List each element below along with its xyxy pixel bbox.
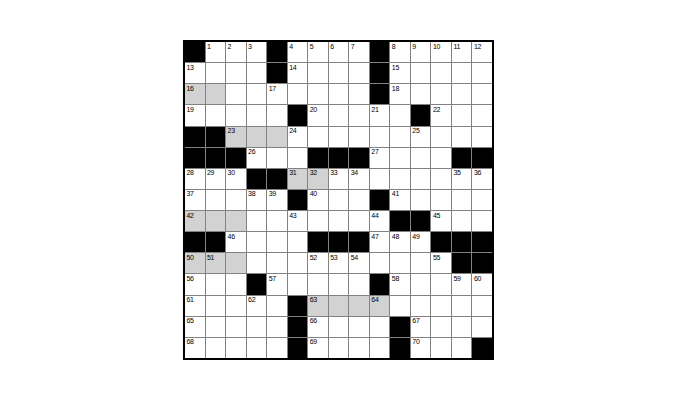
- crossword-cell[interactable]: 55: [431, 253, 451, 273]
- crossword-cell[interactable]: 59: [452, 274, 472, 294]
- clue-number: 45: [433, 212, 440, 219]
- crossword-cell[interactable]: [472, 211, 492, 231]
- black-cell: [226, 148, 246, 168]
- shaded-cell[interactable]: [226, 253, 246, 273]
- crossword-cell[interactable]: [452, 127, 472, 147]
- crossword-cell[interactable]: [411, 274, 431, 294]
- crossword-cell[interactable]: [411, 169, 431, 189]
- clue-number: 59: [453, 275, 460, 282]
- clue-number: 54: [351, 254, 358, 261]
- crossword-cell[interactable]: [349, 274, 369, 294]
- clue-number: 53: [330, 254, 337, 261]
- crossword-cell[interactable]: [349, 211, 369, 231]
- crossword-cell[interactable]: [452, 190, 472, 210]
- crossword-cell[interactable]: [226, 296, 246, 316]
- crossword-cell[interactable]: [431, 63, 451, 83]
- clue-number: 8: [392, 43, 396, 50]
- crossword-cell[interactable]: [206, 296, 226, 316]
- black-cell: [452, 148, 472, 168]
- shaded-cell[interactable]: 50: [185, 253, 205, 273]
- clue-number: 13: [187, 64, 194, 71]
- crossword-cell[interactable]: [247, 84, 267, 104]
- clue-number: 47: [371, 233, 378, 240]
- crossword-cell[interactable]: [267, 105, 287, 125]
- clue-number: 33: [330, 169, 337, 176]
- black-cell: [267, 169, 287, 189]
- black-cell: [472, 232, 492, 252]
- shaded-cell[interactable]: 23: [226, 127, 246, 147]
- black-cell: [267, 42, 287, 62]
- crossword-cell[interactable]: [226, 338, 246, 358]
- crossword-cell[interactable]: [472, 105, 492, 125]
- crossword-cell[interactable]: [226, 84, 246, 104]
- crossword-cell[interactable]: [452, 105, 472, 125]
- clue-number: 39: [269, 190, 276, 197]
- clue-number: 36: [474, 169, 481, 176]
- shaded-cell[interactable]: 32: [308, 169, 328, 189]
- shaded-cell[interactable]: [329, 296, 349, 316]
- crossword-cell[interactable]: [329, 317, 349, 337]
- crossword-cell[interactable]: [329, 105, 349, 125]
- crossword-cell[interactable]: 6: [329, 42, 349, 62]
- crossword-cell[interactable]: [431, 84, 451, 104]
- black-cell: [390, 338, 410, 358]
- crossword-cell[interactable]: [308, 211, 328, 231]
- crossword-cell[interactable]: [411, 296, 431, 316]
- black-cell: [411, 211, 431, 231]
- crossword-cell[interactable]: [390, 296, 410, 316]
- black-cell: [185, 232, 205, 252]
- crossword-cell[interactable]: [288, 232, 308, 252]
- black-cell: [288, 296, 308, 316]
- clue-number: 34: [351, 169, 358, 176]
- crossword-cell[interactable]: 53: [329, 253, 349, 273]
- clue-number: 57: [269, 275, 276, 282]
- clue-number: 30: [228, 169, 235, 176]
- crossword-cell[interactable]: 45: [431, 211, 451, 231]
- clue-number: 60: [474, 275, 481, 282]
- crossword-cell[interactable]: [349, 127, 369, 147]
- crossword-cell[interactable]: [370, 127, 390, 147]
- clue-number: 55: [433, 254, 440, 261]
- clue-number: 69: [310, 338, 317, 345]
- crossword-cell[interactable]: [370, 253, 390, 273]
- clue-number: 50: [187, 254, 194, 261]
- crossword-cell[interactable]: [226, 105, 246, 125]
- crossword-cell[interactable]: [431, 190, 451, 210]
- clue-number: 10: [433, 43, 440, 50]
- crossword-cell[interactable]: 58: [390, 274, 410, 294]
- clue-number: 48: [392, 233, 399, 240]
- clue-number: 26: [248, 148, 255, 155]
- black-cell: [370, 84, 390, 104]
- crossword-cell[interactable]: 19: [185, 105, 205, 125]
- crossword-cell[interactable]: [472, 190, 492, 210]
- crossword-cell[interactable]: 41: [390, 190, 410, 210]
- crossword-cell[interactable]: 25: [411, 127, 431, 147]
- crossword-cell[interactable]: [247, 211, 267, 231]
- crossword-cell[interactable]: [411, 148, 431, 168]
- clue-number: 15: [392, 64, 399, 71]
- crossword-cell[interactable]: [226, 274, 246, 294]
- crossword-cell[interactable]: 37: [185, 190, 205, 210]
- clue-number: 61: [187, 296, 194, 303]
- crossword-cell[interactable]: [206, 274, 226, 294]
- crossword-cell[interactable]: 60: [472, 274, 492, 294]
- clue-number: 9: [412, 43, 416, 50]
- crossword-cell[interactable]: 40: [308, 190, 328, 210]
- crossword-cell[interactable]: 28: [185, 169, 205, 189]
- crossword-cell[interactable]: [206, 63, 226, 83]
- crossword-cell[interactable]: 46: [226, 232, 246, 252]
- crossword-cell[interactable]: 70: [411, 338, 431, 358]
- black-cell: [185, 148, 205, 168]
- crossword-cell[interactable]: [349, 105, 369, 125]
- crossword-cell[interactable]: [431, 338, 451, 358]
- crossword-cell[interactable]: [452, 338, 472, 358]
- clue-number: 20: [310, 106, 317, 113]
- shaded-cell[interactable]: [247, 127, 267, 147]
- crossword-cell[interactable]: 2: [226, 42, 246, 62]
- crossword-cell[interactable]: [288, 274, 308, 294]
- black-cell: [288, 317, 308, 337]
- shaded-cell[interactable]: [349, 296, 369, 316]
- clue-number: 70: [412, 338, 419, 345]
- clue-number: 23: [228, 127, 235, 134]
- crossword-cell[interactable]: 30: [226, 169, 246, 189]
- crossword-cell[interactable]: 26: [247, 148, 267, 168]
- page-background: 1234567891011121314151617181920212223242…: [0, 0, 677, 403]
- clue-number: 51: [207, 254, 214, 261]
- clue-number: 18: [392, 85, 399, 92]
- black-cell: [472, 253, 492, 273]
- crossword-cell[interactable]: [267, 317, 287, 337]
- black-cell: [308, 148, 328, 168]
- crossword-cell[interactable]: 54: [349, 253, 369, 273]
- crossword-cell[interactable]: [411, 63, 431, 83]
- shaded-cell[interactable]: 51: [206, 253, 226, 273]
- crossword-cell[interactable]: 47: [370, 232, 390, 252]
- crossword-cell[interactable]: [452, 317, 472, 337]
- shaded-cell[interactable]: [206, 211, 226, 231]
- crossword-cell[interactable]: 61: [185, 296, 205, 316]
- crossword-cell[interactable]: [390, 127, 410, 147]
- clue-number: 56: [187, 275, 194, 282]
- crossword-cell[interactable]: 48: [390, 232, 410, 252]
- crossword-cell[interactable]: 36: [472, 169, 492, 189]
- black-cell: [288, 190, 308, 210]
- crossword-cell[interactable]: [411, 253, 431, 273]
- crossword-cell[interactable]: [431, 274, 451, 294]
- clue-number: 25: [412, 127, 419, 134]
- crossword-cell[interactable]: [349, 338, 369, 358]
- crossword-cell[interactable]: [329, 338, 349, 358]
- crossword-cell[interactable]: [206, 190, 226, 210]
- black-cell: [370, 190, 390, 210]
- crossword-cell[interactable]: [329, 84, 349, 104]
- clue-number: 1: [207, 43, 211, 50]
- crossword-cell[interactable]: [370, 317, 390, 337]
- crossword-cell[interactable]: 7: [349, 42, 369, 62]
- crossword-cell[interactable]: 1: [206, 42, 226, 62]
- black-cell: [247, 169, 267, 189]
- crossword-cell[interactable]: [452, 84, 472, 104]
- clue-number: 40: [310, 190, 317, 197]
- crossword-cell[interactable]: [370, 169, 390, 189]
- crossword-cell[interactable]: [206, 338, 226, 358]
- crossword-cell[interactable]: [308, 274, 328, 294]
- black-cell: [288, 338, 308, 358]
- black-cell: [288, 105, 308, 125]
- clue-number: 31: [289, 169, 296, 176]
- crossword-cell[interactable]: [349, 190, 369, 210]
- crossword-cell[interactable]: [267, 338, 287, 358]
- clue-number: 67: [412, 317, 419, 324]
- crossword-cell[interactable]: [390, 169, 410, 189]
- crossword-cell[interactable]: 9: [411, 42, 431, 62]
- crossword-cell[interactable]: [472, 317, 492, 337]
- clue-number: 35: [453, 169, 460, 176]
- crossword-cell[interactable]: [329, 127, 349, 147]
- clue-number: 43: [289, 212, 296, 219]
- crossword-cell[interactable]: [226, 63, 246, 83]
- crossword-cell[interactable]: 34: [349, 169, 369, 189]
- crossword-cell[interactable]: 39: [267, 190, 287, 210]
- black-cell: [247, 274, 267, 294]
- clue-number: 12: [474, 43, 481, 50]
- crossword-cell[interactable]: 52: [308, 253, 328, 273]
- clue-number: 63: [310, 296, 317, 303]
- crossword-cell[interactable]: [226, 317, 246, 337]
- shaded-cell[interactable]: 63: [308, 296, 328, 316]
- black-cell: [390, 317, 410, 337]
- crossword-cell[interactable]: 56: [185, 274, 205, 294]
- crossword-cell[interactable]: [308, 84, 328, 104]
- clue-number: 27: [371, 148, 378, 155]
- black-cell: [390, 211, 410, 231]
- crossword-cell[interactable]: 57: [267, 274, 287, 294]
- clue-number: 37: [187, 190, 194, 197]
- black-cell: [329, 232, 349, 252]
- shaded-cell[interactable]: [226, 211, 246, 231]
- clue-number: 44: [371, 212, 378, 219]
- crossword-cell[interactable]: [349, 63, 369, 83]
- clue-number: 19: [187, 106, 194, 113]
- crossword-cell[interactable]: 15: [390, 63, 410, 83]
- clue-number: 17: [269, 85, 276, 92]
- crossword-cell[interactable]: [206, 105, 226, 125]
- crossword-cell[interactable]: 35: [452, 169, 472, 189]
- crossword-cell[interactable]: [247, 232, 267, 252]
- clue-number: 66: [310, 317, 317, 324]
- clue-number: 68: [187, 338, 194, 345]
- shaded-cell[interactable]: 42: [185, 211, 205, 231]
- crossword-cell[interactable]: 27: [370, 148, 390, 168]
- crossword-cell[interactable]: 65: [185, 317, 205, 337]
- crossword-cell[interactable]: [288, 84, 308, 104]
- crossword-cell[interactable]: 13: [185, 63, 205, 83]
- crossword-cell[interactable]: [267, 211, 287, 231]
- crossword-cell[interactable]: [349, 84, 369, 104]
- crossword-cell[interactable]: [472, 84, 492, 104]
- crossword-cell[interactable]: [308, 127, 328, 147]
- crossword-cell[interactable]: [431, 127, 451, 147]
- crossword-cell[interactable]: 14: [288, 63, 308, 83]
- shaded-cell[interactable]: 31: [288, 169, 308, 189]
- crossword-cell[interactable]: 18: [390, 84, 410, 104]
- crossword-cell[interactable]: [472, 127, 492, 147]
- crossword-cell[interactable]: [247, 317, 267, 337]
- shaded-cell[interactable]: 16: [185, 84, 205, 104]
- crossword-cell[interactable]: [390, 148, 410, 168]
- clue-number: 62: [248, 296, 255, 303]
- clue-number: 24: [289, 127, 296, 134]
- black-cell: [472, 338, 492, 358]
- black-cell: [185, 127, 205, 147]
- crossword-cell[interactable]: 10: [431, 42, 451, 62]
- crossword-cell[interactable]: [472, 296, 492, 316]
- crossword-cell[interactable]: [431, 148, 451, 168]
- black-cell: [308, 232, 328, 252]
- clue-number: 2: [228, 43, 232, 50]
- black-cell: [206, 148, 226, 168]
- clue-number: 64: [371, 296, 378, 303]
- clue-number: 65: [187, 317, 194, 324]
- crossword-grid: 1234567891011121314151617181920212223242…: [183, 40, 494, 360]
- black-cell: [206, 232, 226, 252]
- crossword-cell[interactable]: [247, 63, 267, 83]
- clue-number: 52: [310, 254, 317, 261]
- clue-number: 46: [228, 233, 235, 240]
- crossword-cell[interactable]: [370, 338, 390, 358]
- black-cell: [329, 148, 349, 168]
- clue-number: 14: [289, 64, 296, 71]
- crossword-cell[interactable]: 24: [288, 127, 308, 147]
- clue-number: 22: [433, 106, 440, 113]
- clue-number: 16: [187, 85, 194, 92]
- clue-number: 5: [310, 43, 314, 50]
- black-cell: [206, 127, 226, 147]
- black-cell: [452, 253, 472, 273]
- clue-number: 58: [392, 275, 399, 282]
- black-cell: [370, 274, 390, 294]
- black-cell: [370, 63, 390, 83]
- clue-number: 11: [453, 43, 460, 50]
- clue-number: 4: [289, 43, 293, 50]
- crossword-cell[interactable]: 22: [431, 105, 451, 125]
- crossword-cell[interactable]: 4: [288, 42, 308, 62]
- crossword-cell[interactable]: [329, 190, 349, 210]
- crossword-cell[interactable]: [390, 105, 410, 125]
- crossword-cell[interactable]: [411, 190, 431, 210]
- black-cell: [267, 63, 287, 83]
- crossword-cell[interactable]: 33: [329, 169, 349, 189]
- shaded-cell[interactable]: 64: [370, 296, 390, 316]
- crossword-cell[interactable]: [452, 211, 472, 231]
- clue-number: 28: [187, 169, 194, 176]
- clue-number: 6: [330, 43, 334, 50]
- crossword-cell[interactable]: 67: [411, 317, 431, 337]
- crossword-cell[interactable]: [226, 190, 246, 210]
- crossword-cell[interactable]: [288, 253, 308, 273]
- black-cell: [185, 42, 205, 62]
- clue-number: 32: [310, 169, 317, 176]
- clue-number: 38: [248, 190, 255, 197]
- crossword-cell[interactable]: [431, 296, 451, 316]
- clue-number: 3: [248, 43, 252, 50]
- crossword-cell[interactable]: [431, 169, 451, 189]
- crossword-cell[interactable]: 43: [288, 211, 308, 231]
- black-cell: [349, 232, 369, 252]
- shaded-cell[interactable]: [206, 84, 226, 104]
- crossword-cell[interactable]: 49: [411, 232, 431, 252]
- crossword-cell[interactable]: [452, 63, 472, 83]
- clue-number: 29: [207, 169, 214, 176]
- crossword-cell[interactable]: 3: [247, 42, 267, 62]
- crossword-cell[interactable]: [390, 253, 410, 273]
- crossword-cell[interactable]: [247, 253, 267, 273]
- black-cell: [349, 148, 369, 168]
- crossword-cell[interactable]: [206, 317, 226, 337]
- crossword-cell[interactable]: 5: [308, 42, 328, 62]
- crossword-cell[interactable]: 8: [390, 42, 410, 62]
- crossword-cell[interactable]: 12: [472, 42, 492, 62]
- black-cell: [411, 105, 431, 125]
- crossword-cell[interactable]: [452, 296, 472, 316]
- crossword-cell[interactable]: [247, 105, 267, 125]
- crossword-cell[interactable]: [247, 338, 267, 358]
- clue-number: 41: [392, 190, 399, 197]
- crossword-cell[interactable]: 20: [308, 105, 328, 125]
- crossword-cell[interactable]: 11: [452, 42, 472, 62]
- crossword-cell[interactable]: 62: [247, 296, 267, 316]
- crossword-cell[interactable]: [329, 63, 349, 83]
- crossword-cell[interactable]: 44: [370, 211, 390, 231]
- black-cell: [452, 232, 472, 252]
- clue-number: 21: [371, 106, 378, 113]
- crossword-cell[interactable]: [349, 317, 369, 337]
- crossword-cell[interactable]: 66: [308, 317, 328, 337]
- black-cell: [370, 42, 390, 62]
- crossword-cell[interactable]: 29: [206, 169, 226, 189]
- crossword-cell[interactable]: 69: [308, 338, 328, 358]
- black-cell: [472, 148, 492, 168]
- crossword-cell[interactable]: [411, 84, 431, 104]
- crossword-cell[interactable]: [472, 63, 492, 83]
- crossword-cell[interactable]: [308, 63, 328, 83]
- crossword-cell[interactable]: [329, 274, 349, 294]
- clue-number: 49: [412, 233, 419, 240]
- crossword-cell[interactable]: [267, 232, 287, 252]
- crossword-cell[interactable]: 17: [267, 84, 287, 104]
- crossword-cell[interactable]: 38: [247, 190, 267, 210]
- clue-number: 42: [187, 212, 194, 219]
- crossword-cell[interactable]: 68: [185, 338, 205, 358]
- crossword-cell[interactable]: [329, 211, 349, 231]
- black-cell: [431, 232, 451, 252]
- clue-number: 7: [351, 43, 355, 50]
- crossword-cell[interactable]: [288, 148, 308, 168]
- crossword-cell[interactable]: [267, 296, 287, 316]
- crossword-cell[interactable]: [267, 253, 287, 273]
- crossword-cell[interactable]: 21: [370, 105, 390, 125]
- crossword-cell[interactable]: [267, 148, 287, 168]
- crossword-cell[interactable]: [431, 317, 451, 337]
- shaded-cell[interactable]: [267, 127, 287, 147]
